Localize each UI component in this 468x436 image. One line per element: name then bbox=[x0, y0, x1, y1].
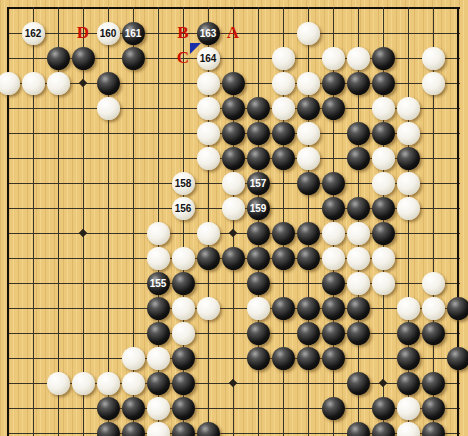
white-stone[interactable] bbox=[147, 422, 170, 436]
white-stone[interactable] bbox=[422, 47, 445, 70]
white-stone[interactable] bbox=[172, 322, 195, 345]
black-stone[interactable] bbox=[122, 397, 145, 420]
white-stone[interactable] bbox=[322, 47, 345, 70]
move-number-label: 159 bbox=[250, 203, 267, 214]
black-stone[interactable] bbox=[347, 322, 370, 345]
black-stone[interactable] bbox=[372, 47, 395, 70]
black-stone[interactable] bbox=[322, 97, 345, 120]
black-stone[interactable] bbox=[272, 147, 295, 170]
black-stone[interactable] bbox=[397, 147, 420, 170]
black-stone[interactable] bbox=[272, 247, 295, 270]
black-stone[interactable] bbox=[47, 47, 70, 70]
white-stone[interactable] bbox=[122, 347, 145, 370]
black-stone[interactable] bbox=[447, 347, 468, 370]
black-stone[interactable] bbox=[372, 197, 395, 220]
white-stone[interactable] bbox=[422, 272, 445, 295]
white-stone[interactable] bbox=[347, 222, 370, 245]
white-stone[interactable] bbox=[322, 222, 345, 245]
white-stone[interactable] bbox=[322, 247, 345, 270]
white-stone[interactable] bbox=[297, 122, 320, 145]
black-stone[interactable] bbox=[322, 297, 345, 320]
white-stone[interactable] bbox=[122, 372, 145, 395]
white-stone[interactable] bbox=[372, 272, 395, 295]
point-label-B[interactable]: B bbox=[173, 23, 193, 43]
black-stone[interactable] bbox=[172, 397, 195, 420]
white-stone[interactable] bbox=[372, 247, 395, 270]
black-stone[interactable] bbox=[322, 72, 345, 95]
white-stone[interactable] bbox=[397, 97, 420, 120]
point-label-D[interactable]: D bbox=[73, 23, 93, 43]
white-stone[interactable] bbox=[397, 197, 420, 220]
black-stone[interactable] bbox=[297, 297, 320, 320]
white-stone[interactable] bbox=[297, 72, 320, 95]
white-stone[interactable] bbox=[372, 97, 395, 120]
move-number-label: 162 bbox=[25, 28, 42, 39]
black-stone[interactable] bbox=[297, 347, 320, 370]
black-stone[interactable] bbox=[222, 247, 245, 270]
black-stone[interactable] bbox=[322, 347, 345, 370]
black-stone[interactable] bbox=[272, 297, 295, 320]
white-stone[interactable] bbox=[97, 372, 120, 395]
black-stone[interactable] bbox=[297, 97, 320, 120]
black-stone[interactable] bbox=[197, 247, 220, 270]
white-stone[interactable] bbox=[347, 247, 370, 270]
black-stone[interactable] bbox=[397, 347, 420, 370]
black-stone[interactable] bbox=[372, 397, 395, 420]
black-stone[interactable] bbox=[372, 222, 395, 245]
black-stone[interactable] bbox=[272, 122, 295, 145]
move-162-stone[interactable]: 162 bbox=[22, 22, 45, 45]
white-stone[interactable] bbox=[397, 172, 420, 195]
move-number-label: 161 bbox=[125, 28, 142, 39]
white-stone[interactable] bbox=[47, 72, 70, 95]
white-stone[interactable] bbox=[197, 297, 220, 320]
white-stone[interactable] bbox=[272, 72, 295, 95]
black-stone[interactable] bbox=[172, 422, 195, 436]
black-stone[interactable] bbox=[222, 147, 245, 170]
black-stone[interactable] bbox=[322, 172, 345, 195]
black-stone[interactable] bbox=[422, 372, 445, 395]
white-stone[interactable] bbox=[172, 247, 195, 270]
white-stone[interactable] bbox=[197, 147, 220, 170]
move-number-label: 164 bbox=[200, 53, 217, 64]
white-stone[interactable] bbox=[147, 397, 170, 420]
white-stone[interactable] bbox=[397, 397, 420, 420]
black-stone[interactable] bbox=[372, 72, 395, 95]
white-stone[interactable] bbox=[247, 297, 270, 320]
black-stone[interactable] bbox=[122, 422, 145, 436]
black-stone[interactable] bbox=[372, 122, 395, 145]
black-stone[interactable] bbox=[272, 222, 295, 245]
black-stone[interactable] bbox=[297, 222, 320, 245]
black-stone[interactable] bbox=[97, 422, 120, 436]
black-stone[interactable] bbox=[222, 122, 245, 145]
black-stone[interactable] bbox=[97, 397, 120, 420]
black-stone[interactable] bbox=[347, 72, 370, 95]
black-stone[interactable] bbox=[247, 347, 270, 370]
black-stone[interactable] bbox=[297, 172, 320, 195]
black-stone[interactable] bbox=[172, 272, 195, 295]
star-point bbox=[229, 379, 237, 387]
black-stone[interactable] bbox=[422, 322, 445, 345]
white-stone[interactable] bbox=[397, 422, 420, 436]
black-stone[interactable] bbox=[297, 247, 320, 270]
black-stone[interactable] bbox=[247, 272, 270, 295]
white-stone[interactable] bbox=[0, 72, 20, 95]
white-stone[interactable] bbox=[147, 222, 170, 245]
move-number-label: 157 bbox=[250, 178, 267, 189]
white-stone[interactable] bbox=[197, 222, 220, 245]
black-stone[interactable] bbox=[347, 372, 370, 395]
black-stone[interactable] bbox=[222, 72, 245, 95]
move-number-label: 158 bbox=[175, 178, 192, 189]
black-stone[interactable] bbox=[247, 122, 270, 145]
white-stone[interactable] bbox=[297, 147, 320, 170]
black-stone[interactable] bbox=[147, 322, 170, 345]
black-stone[interactable] bbox=[247, 147, 270, 170]
star-point bbox=[379, 379, 387, 387]
black-stone[interactable] bbox=[397, 322, 420, 345]
black-stone[interactable] bbox=[247, 247, 270, 270]
white-stone[interactable] bbox=[397, 122, 420, 145]
move-159-stone[interactable]: 159 bbox=[247, 197, 270, 220]
black-stone[interactable] bbox=[247, 97, 270, 120]
black-stone[interactable] bbox=[322, 397, 345, 420]
black-stone[interactable] bbox=[247, 222, 270, 245]
black-stone[interactable] bbox=[72, 47, 95, 70]
black-stone[interactable] bbox=[97, 72, 120, 95]
black-stone[interactable] bbox=[147, 372, 170, 395]
black-stone[interactable] bbox=[397, 372, 420, 395]
black-stone[interactable] bbox=[197, 422, 220, 436]
move-number-label: 155 bbox=[150, 278, 167, 289]
black-stone[interactable] bbox=[322, 197, 345, 220]
move-155-stone[interactable]: 155 bbox=[147, 272, 170, 295]
white-stone[interactable] bbox=[422, 297, 445, 320]
black-stone[interactable] bbox=[422, 422, 445, 436]
move-158-stone[interactable]: 158 bbox=[172, 172, 195, 195]
black-stone[interactable] bbox=[347, 147, 370, 170]
black-stone[interactable] bbox=[147, 297, 170, 320]
white-stone[interactable] bbox=[372, 172, 395, 195]
point-label-A[interactable]: A bbox=[223, 23, 243, 43]
star-point bbox=[79, 229, 87, 237]
star-point bbox=[79, 79, 87, 87]
black-stone[interactable] bbox=[372, 422, 395, 436]
move-160-stone[interactable]: 160 bbox=[97, 22, 120, 45]
white-stone[interactable] bbox=[22, 72, 45, 95]
white-stone[interactable] bbox=[172, 297, 195, 320]
white-stone[interactable] bbox=[397, 297, 420, 320]
black-stone[interactable] bbox=[422, 397, 445, 420]
white-stone[interactable] bbox=[272, 47, 295, 70]
black-stone[interactable] bbox=[447, 297, 468, 320]
black-stone[interactable] bbox=[222, 97, 245, 120]
move-161-stone[interactable]: 161 bbox=[122, 22, 145, 45]
white-stone[interactable] bbox=[72, 372, 95, 395]
white-stone[interactable] bbox=[222, 197, 245, 220]
move-157-stone[interactable]: 157 bbox=[247, 172, 270, 195]
black-stone[interactable] bbox=[247, 322, 270, 345]
current-move-triangle-marker bbox=[190, 43, 201, 54]
white-stone[interactable] bbox=[347, 47, 370, 70]
black-stone[interactable] bbox=[172, 372, 195, 395]
white-stone[interactable] bbox=[422, 72, 445, 95]
black-stone[interactable] bbox=[322, 322, 345, 345]
board-side-edge-line bbox=[457, 7, 459, 436]
black-stone[interactable] bbox=[347, 297, 370, 320]
star-point bbox=[229, 229, 237, 237]
white-stone[interactable] bbox=[272, 97, 295, 120]
move-number-label: 156 bbox=[175, 203, 192, 214]
move-number-label: 160 bbox=[100, 28, 117, 39]
go-board[interactable]: 162160161163164158157156159155ABCD bbox=[0, 0, 468, 436]
black-stone[interactable] bbox=[322, 272, 345, 295]
black-stone[interactable] bbox=[347, 422, 370, 436]
move-156-stone[interactable]: 156 bbox=[172, 197, 195, 220]
white-stone[interactable] bbox=[372, 147, 395, 170]
black-stone[interactable] bbox=[122, 47, 145, 70]
move-number-label: 163 bbox=[200, 28, 217, 39]
white-stone[interactable] bbox=[197, 97, 220, 120]
black-stone[interactable] bbox=[297, 322, 320, 345]
white-stone[interactable] bbox=[347, 272, 370, 295]
black-stone[interactable] bbox=[347, 122, 370, 145]
white-stone[interactable] bbox=[197, 122, 220, 145]
white-stone[interactable] bbox=[147, 347, 170, 370]
white-stone[interactable] bbox=[222, 172, 245, 195]
white-stone[interactable] bbox=[297, 22, 320, 45]
black-stone[interactable] bbox=[272, 347, 295, 370]
black-stone[interactable] bbox=[347, 197, 370, 220]
white-stone[interactable] bbox=[97, 97, 120, 120]
move-163-stone[interactable]: 163 bbox=[197, 22, 220, 45]
white-stone[interactable] bbox=[147, 247, 170, 270]
black-stone[interactable] bbox=[172, 347, 195, 370]
white-stone[interactable] bbox=[47, 372, 70, 395]
white-stone[interactable] bbox=[197, 72, 220, 95]
